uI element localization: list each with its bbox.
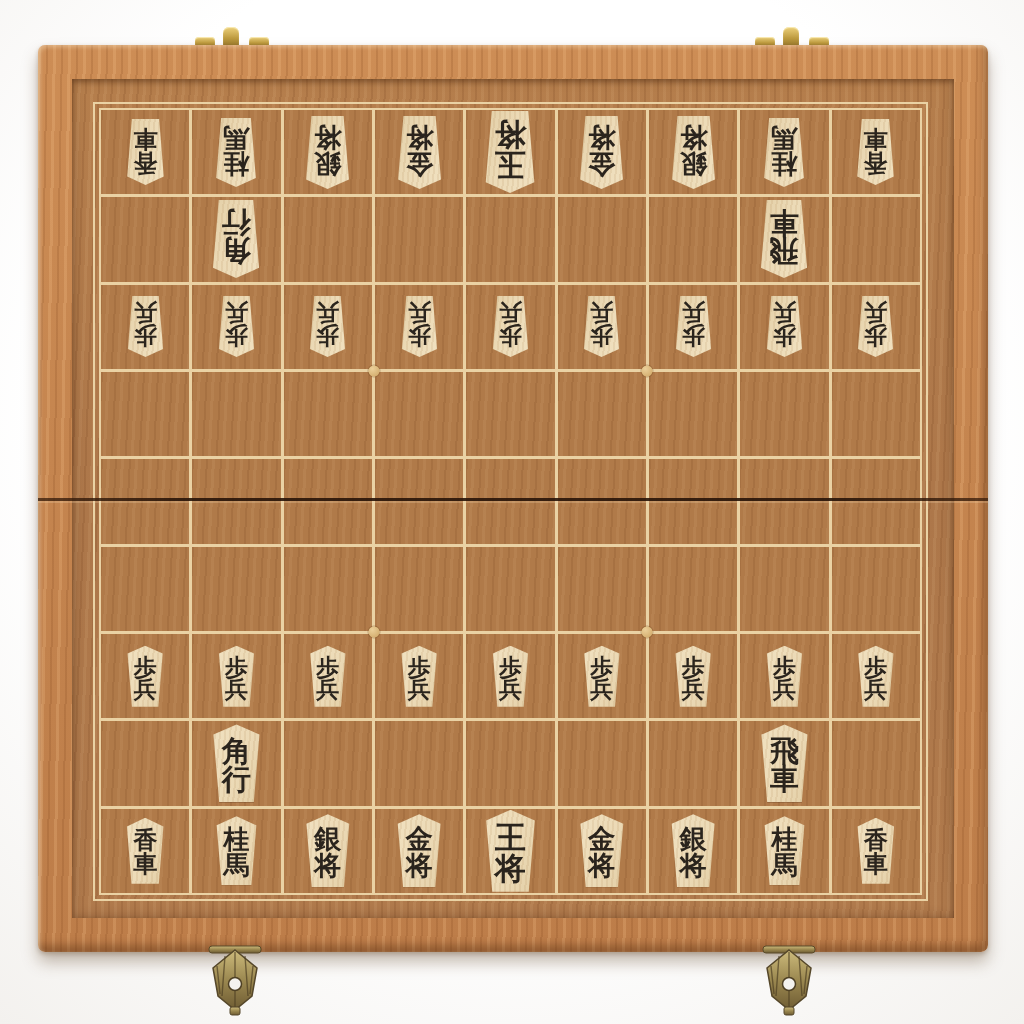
square-8h[interactable]: 角行 bbox=[192, 721, 280, 805]
piece-sente-gold[interactable]: 金将 bbox=[386, 814, 453, 887]
square-9a[interactable]: 香車 bbox=[101, 110, 189, 194]
piece-kanji: 歩兵 bbox=[590, 302, 613, 347]
piece-gote-gold[interactable]: 金将 bbox=[386, 116, 453, 189]
piece-sente-lance[interactable]: 香車 bbox=[117, 818, 174, 884]
square-4d[interactable] bbox=[558, 372, 646, 456]
square-3b[interactable] bbox=[649, 197, 737, 281]
piece-kanji: 桂馬 bbox=[223, 125, 249, 176]
square-3c[interactable]: 歩兵 bbox=[649, 285, 737, 369]
piece-kanji: 玉将 bbox=[495, 120, 526, 181]
square-9b[interactable] bbox=[101, 197, 189, 281]
piece-gote-pawn[interactable]: 歩兵 bbox=[757, 296, 812, 357]
square-1d[interactable] bbox=[832, 372, 920, 456]
piece-kanji: 銀将 bbox=[314, 124, 341, 177]
piece-gote-lance[interactable]: 香車 bbox=[847, 119, 904, 185]
piece-kanji: 銀将 bbox=[680, 826, 707, 879]
piece-kanji: 歩兵 bbox=[773, 302, 796, 347]
piece-kanji: 歩兵 bbox=[316, 656, 339, 701]
square-6c[interactable]: 歩兵 bbox=[375, 285, 463, 369]
square-8g[interactable]: 歩兵 bbox=[192, 634, 280, 718]
piece-kanji: 香車 bbox=[864, 127, 888, 174]
piece-kanji: 飛車 bbox=[770, 737, 799, 794]
piece-kanji: 桂馬 bbox=[771, 827, 797, 878]
piece-sente-pawn[interactable]: 歩兵 bbox=[666, 646, 721, 707]
square-5h[interactable] bbox=[466, 721, 554, 805]
square-4h[interactable] bbox=[558, 721, 646, 805]
square-8f[interactable] bbox=[192, 547, 280, 631]
piece-kanji: 桂馬 bbox=[771, 125, 797, 176]
square-4c[interactable]: 歩兵 bbox=[558, 285, 646, 369]
piece-sente-pawn[interactable]: 歩兵 bbox=[574, 646, 629, 707]
piece-kanji: 歩兵 bbox=[864, 302, 887, 347]
piece-gote-pawn[interactable]: 歩兵 bbox=[118, 296, 173, 357]
square-1f[interactable] bbox=[832, 547, 920, 631]
piece-sente-king[interactable]: 王将 bbox=[472, 810, 548, 892]
piece-gote-pawn[interactable]: 歩兵 bbox=[209, 296, 264, 357]
piece-kanji: 金将 bbox=[588, 826, 615, 879]
square-7g[interactable]: 歩兵 bbox=[284, 634, 372, 718]
square-5g[interactable]: 歩兵 bbox=[466, 634, 554, 718]
piece-sente-pawn[interactable]: 歩兵 bbox=[118, 646, 173, 707]
piece-kanji: 歩兵 bbox=[682, 656, 705, 701]
square-6b[interactable] bbox=[375, 197, 463, 281]
piece-kanji: 香車 bbox=[133, 127, 157, 174]
piece-gote-knight[interactable]: 桂馬 bbox=[205, 118, 267, 187]
piece-kanji: 歩兵 bbox=[408, 302, 431, 347]
piece-kanji: 金将 bbox=[588, 124, 615, 177]
piece-sente-gold[interactable]: 金将 bbox=[568, 814, 635, 887]
piece-kanji: 飛車 bbox=[770, 209, 799, 266]
piece-kanji: 角行 bbox=[222, 737, 251, 794]
piece-kanji: 歩兵 bbox=[316, 302, 339, 347]
square-2b[interactable]: 飛車 bbox=[740, 197, 828, 281]
square-7h[interactable] bbox=[284, 721, 372, 805]
piece-gote-rook[interactable]: 飛車 bbox=[748, 200, 820, 278]
square-9g[interactable]: 歩兵 bbox=[101, 634, 189, 718]
hoshi-dot bbox=[642, 365, 653, 376]
piece-kanji: 歩兵 bbox=[590, 656, 613, 701]
piece-gote-lance[interactable]: 香車 bbox=[117, 119, 174, 185]
square-6d[interactable] bbox=[375, 372, 463, 456]
square-2i[interactable]: 桂馬 bbox=[740, 809, 828, 893]
square-2f[interactable] bbox=[740, 547, 828, 631]
square-5d[interactable] bbox=[466, 372, 554, 456]
piece-gote-silver[interactable]: 銀将 bbox=[294, 116, 361, 189]
piece-gote-pawn[interactable]: 歩兵 bbox=[666, 296, 721, 357]
square-4i[interactable]: 金将 bbox=[558, 809, 646, 893]
clasp-icon-left[interactable] bbox=[199, 944, 271, 1018]
piece-kanji: 歩兵 bbox=[864, 656, 887, 701]
square-2h[interactable]: 飛車 bbox=[740, 721, 828, 805]
piece-sente-silver[interactable]: 銀将 bbox=[294, 814, 361, 887]
square-7i[interactable]: 銀将 bbox=[284, 809, 372, 893]
piece-kanji: 香車 bbox=[864, 829, 888, 876]
square-5i[interactable]: 王将 bbox=[466, 809, 554, 893]
piece-gote-knight[interactable]: 桂馬 bbox=[753, 118, 815, 187]
square-1g[interactable]: 歩兵 bbox=[832, 634, 920, 718]
piece-gote-pawn[interactable]: 歩兵 bbox=[483, 296, 538, 357]
square-4f[interactable] bbox=[558, 547, 646, 631]
photo-background: 香車桂馬銀将金将玉将金将銀将桂馬香車角行飛車歩兵歩兵歩兵歩兵歩兵歩兵歩兵歩兵歩兵… bbox=[0, 0, 1024, 1024]
piece-kanji: 歩兵 bbox=[134, 302, 157, 347]
piece-gote-pawn[interactable]: 歩兵 bbox=[392, 296, 447, 357]
piece-sente-pawn[interactable]: 歩兵 bbox=[209, 646, 264, 707]
piece-kanji: 歩兵 bbox=[499, 302, 522, 347]
square-5f[interactable] bbox=[466, 547, 554, 631]
piece-sente-pawn[interactable]: 歩兵 bbox=[757, 646, 812, 707]
square-6i[interactable]: 金将 bbox=[375, 809, 463, 893]
piece-kanji: 歩兵 bbox=[499, 656, 522, 701]
fold-seam-highlight bbox=[38, 501, 988, 503]
square-3f[interactable] bbox=[649, 547, 737, 631]
piece-sente-rook[interactable]: 飛車 bbox=[748, 724, 820, 802]
square-3d[interactable] bbox=[649, 372, 737, 456]
square-1a[interactable]: 香車 bbox=[832, 110, 920, 194]
piece-kanji: 金将 bbox=[406, 826, 433, 879]
square-3h[interactable] bbox=[649, 721, 737, 805]
piece-kanji: 金将 bbox=[406, 124, 433, 177]
piece-sente-knight[interactable]: 桂馬 bbox=[753, 816, 815, 885]
piece-gote-king[interactable]: 玉将 bbox=[472, 111, 548, 193]
piece-kanji: 歩兵 bbox=[225, 656, 248, 701]
square-4b[interactable] bbox=[558, 197, 646, 281]
square-7f[interactable] bbox=[284, 547, 372, 631]
piece-sente-pawn[interactable]: 歩兵 bbox=[392, 646, 447, 707]
piece-kanji: 歩兵 bbox=[134, 656, 157, 701]
square-2c[interactable]: 歩兵 bbox=[740, 285, 828, 369]
square-1c[interactable]: 歩兵 bbox=[832, 285, 920, 369]
shogi-board: 香車桂馬銀将金将玉将金将銀将桂馬香車角行飛車歩兵歩兵歩兵歩兵歩兵歩兵歩兵歩兵歩兵… bbox=[38, 45, 988, 952]
piece-gote-bishop[interactable]: 角行 bbox=[200, 200, 272, 278]
square-6g[interactable]: 歩兵 bbox=[375, 634, 463, 718]
square-9i[interactable]: 香車 bbox=[101, 809, 189, 893]
square-4a[interactable]: 金将 bbox=[558, 110, 646, 194]
square-3a[interactable]: 銀将 bbox=[649, 110, 737, 194]
piece-kanji: 歩兵 bbox=[682, 302, 705, 347]
hoshi-dot bbox=[642, 627, 653, 638]
hoshi-dot bbox=[368, 365, 379, 376]
piece-gote-gold[interactable]: 金将 bbox=[568, 116, 635, 189]
piece-sente-pawn[interactable]: 歩兵 bbox=[300, 646, 355, 707]
square-1h[interactable] bbox=[832, 721, 920, 805]
square-7c[interactable]: 歩兵 bbox=[284, 285, 372, 369]
clasp-icon-right[interactable] bbox=[753, 944, 825, 1018]
square-3g[interactable]: 歩兵 bbox=[649, 634, 737, 718]
piece-kanji: 角行 bbox=[222, 209, 251, 266]
piece-gote-pawn[interactable]: 歩兵 bbox=[848, 296, 903, 357]
square-3i[interactable]: 銀将 bbox=[649, 809, 737, 893]
square-9f[interactable] bbox=[101, 547, 189, 631]
hoshi-dot bbox=[368, 627, 379, 638]
piece-sente-lance[interactable]: 香車 bbox=[847, 818, 904, 884]
piece-kanji: 歩兵 bbox=[408, 656, 431, 701]
piece-kanji: 歩兵 bbox=[225, 302, 248, 347]
piece-sente-bishop[interactable]: 角行 bbox=[200, 724, 272, 802]
square-9c[interactable]: 歩兵 bbox=[101, 285, 189, 369]
square-1b[interactable] bbox=[832, 197, 920, 281]
square-7b[interactable] bbox=[284, 197, 372, 281]
piece-sente-silver[interactable]: 銀将 bbox=[660, 814, 727, 887]
square-8d[interactable] bbox=[192, 372, 280, 456]
square-9h[interactable] bbox=[101, 721, 189, 805]
piece-gote-silver[interactable]: 銀将 bbox=[660, 116, 727, 189]
square-9d[interactable] bbox=[101, 372, 189, 456]
square-6h[interactable] bbox=[375, 721, 463, 805]
square-5a[interactable]: 玉将 bbox=[466, 110, 554, 194]
piece-kanji: 王将 bbox=[495, 822, 526, 883]
square-5b[interactable] bbox=[466, 197, 554, 281]
square-6a[interactable]: 金将 bbox=[375, 110, 463, 194]
piece-sente-knight[interactable]: 桂馬 bbox=[205, 816, 267, 885]
piece-kanji: 桂馬 bbox=[223, 827, 249, 878]
square-8a[interactable]: 桂馬 bbox=[192, 110, 280, 194]
square-2g[interactable]: 歩兵 bbox=[740, 634, 828, 718]
square-4g[interactable]: 歩兵 bbox=[558, 634, 646, 718]
square-6f[interactable] bbox=[375, 547, 463, 631]
square-5c[interactable]: 歩兵 bbox=[466, 285, 554, 369]
piece-sente-pawn[interactable]: 歩兵 bbox=[483, 646, 538, 707]
square-2d[interactable] bbox=[740, 372, 828, 456]
piece-gote-pawn[interactable]: 歩兵 bbox=[574, 296, 629, 357]
square-8c[interactable]: 歩兵 bbox=[192, 285, 280, 369]
square-8i[interactable]: 桂馬 bbox=[192, 809, 280, 893]
piece-kanji: 香車 bbox=[133, 829, 157, 876]
square-8b[interactable]: 角行 bbox=[192, 197, 280, 281]
piece-kanji: 銀将 bbox=[680, 124, 707, 177]
piece-gote-pawn[interactable]: 歩兵 bbox=[300, 296, 355, 357]
square-1i[interactable]: 香車 bbox=[832, 809, 920, 893]
square-2a[interactable]: 桂馬 bbox=[740, 110, 828, 194]
square-7a[interactable]: 銀将 bbox=[284, 110, 372, 194]
piece-kanji: 歩兵 bbox=[773, 656, 796, 701]
piece-kanji: 銀将 bbox=[314, 826, 341, 879]
piece-sente-pawn[interactable]: 歩兵 bbox=[848, 646, 903, 707]
square-7d[interactable] bbox=[284, 372, 372, 456]
